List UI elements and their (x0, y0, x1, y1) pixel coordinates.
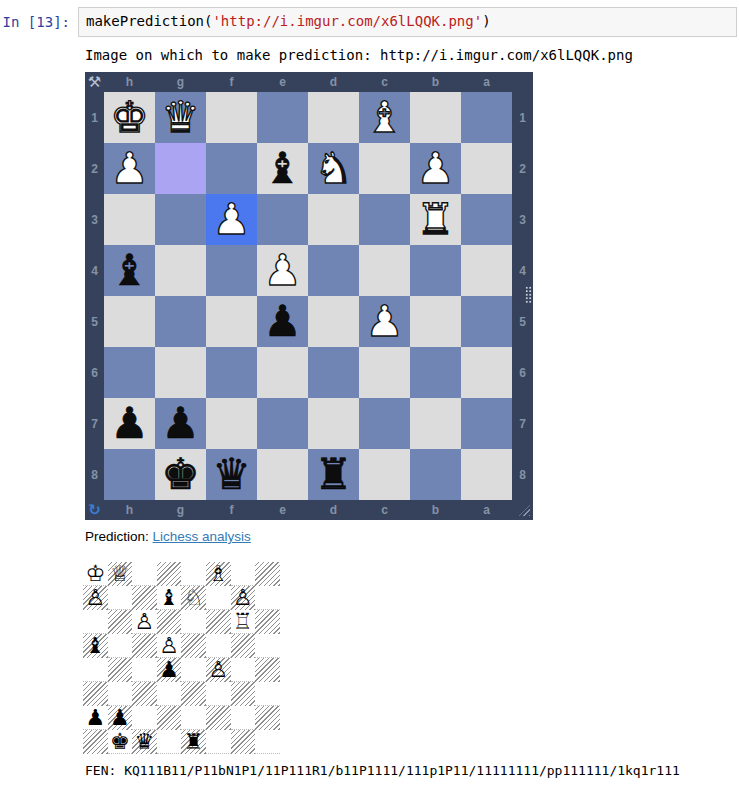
piece-white-queen[interactable]: ♛ (161, 92, 200, 143)
square-g4[interactable] (155, 245, 206, 296)
file-label-bottom-f: f (206, 500, 257, 520)
square-c6[interactable] (359, 347, 410, 398)
piece-black-king[interactable]: ♚ (161, 449, 200, 500)
diagram-piece-black-queen: ♛ (135, 730, 155, 754)
diagram-square-d1 (181, 562, 206, 586)
file-label-bottom-c: c (359, 500, 410, 520)
diagram-piece-black-king: ♚ (110, 730, 130, 754)
diagram-square-d4 (181, 634, 206, 658)
diagram-square-a8 (255, 730, 280, 754)
file-label-top-h: h (104, 72, 155, 92)
diagram-square-b3: ♖ (231, 610, 256, 634)
square-g3[interactable] (155, 194, 206, 245)
diagram-square-a3 (255, 610, 280, 634)
diagram-square-c5: ♙ (206, 658, 231, 682)
file-label-bottom-g: g (155, 500, 206, 520)
rank-label-left-3: 3 (85, 194, 104, 245)
square-h2[interactable]: ♟ (104, 143, 155, 194)
diagram-piece-white-pawn: ♙ (208, 658, 228, 682)
square-b2[interactable]: ♟ (410, 143, 461, 194)
square-b8[interactable] (410, 449, 461, 500)
square-h5[interactable] (104, 296, 155, 347)
square-f4[interactable] (206, 245, 257, 296)
diagram-square-e7 (157, 706, 182, 730)
rank-label-left-4: 4 (85, 245, 104, 296)
diagram-square-a7 (255, 706, 280, 730)
square-a1[interactable] (461, 92, 512, 143)
diagram-piece-black-bishop: ♝ (159, 586, 179, 610)
diagram-piece-black-rook: ♜ (184, 730, 204, 754)
diagram-square-f1 (132, 562, 157, 586)
piece-white-rook[interactable]: ♜ (416, 194, 455, 245)
file-label-bottom-d: d (308, 500, 359, 520)
square-e6[interactable] (257, 347, 308, 398)
piece-white-king[interactable]: ♚ (110, 92, 149, 143)
diagram-square-f5 (132, 658, 157, 682)
square-h7[interactable]: ♟ (104, 398, 155, 449)
diagram-piece-white-pawn: ♙ (135, 610, 155, 634)
diagram-square-g6 (108, 682, 133, 706)
diagram-square-d3 (181, 610, 206, 634)
refresh-icon[interactable]: ↻ (88, 501, 101, 519)
file-label-top-c: c (359, 72, 410, 92)
rank-label-left-2: 2 (85, 143, 104, 194)
square-h3[interactable] (104, 194, 155, 245)
piece-black-bishop[interactable]: ♝ (263, 143, 302, 194)
input-prompt: In [13]: (0, 14, 70, 30)
square-d8[interactable]: ♜ (308, 449, 359, 500)
board-corner-bottom-left: ↻ (85, 500, 104, 520)
diagram-square-h8 (83, 730, 108, 754)
diagram-square-a6 (255, 682, 280, 706)
square-g6[interactable] (155, 347, 206, 398)
rank-label-left-8: 8 (85, 449, 104, 500)
diagram-square-b4 (231, 634, 256, 658)
diagram-square-h7: ♟ (83, 706, 108, 730)
drag-grip-icon[interactable] (525, 286, 532, 303)
diagram-piece-black-pawn: ♟ (85, 706, 105, 730)
diagram-square-c1: ♗ (206, 562, 231, 586)
diagram-square-e6 (157, 682, 182, 706)
prediction-label: Prediction: (85, 529, 153, 544)
file-label-top-b: b (410, 72, 461, 92)
square-d6[interactable] (308, 347, 359, 398)
square-f3[interactable]: ♟ (206, 194, 257, 245)
board-corner-top-right (512, 72, 533, 92)
square-b6[interactable] (410, 347, 461, 398)
diagram-square-c6 (206, 682, 231, 706)
rank-label-left-1: 1 (85, 92, 104, 143)
square-e4[interactable]: ♟ (257, 245, 308, 296)
square-g5[interactable] (155, 296, 206, 347)
diagram-square-b2: ♙ (231, 586, 256, 610)
diagram-square-f7 (132, 706, 157, 730)
square-c3[interactable] (359, 194, 410, 245)
piece-white-knight[interactable]: ♞ (314, 143, 353, 194)
diagram-piece-white-pawn: ♙ (85, 586, 105, 610)
square-c7[interactable] (359, 398, 410, 449)
diagram-square-b5 (231, 658, 256, 682)
file-label-top-e: e (257, 72, 308, 92)
square-h8[interactable] (104, 449, 155, 500)
diagram-square-f8: ♛ (132, 730, 157, 754)
diagram-square-c8 (206, 730, 231, 754)
file-label-bottom-e: e (257, 500, 308, 520)
diagram-square-g1: ♕ (108, 562, 133, 586)
diagram-square-d6 (181, 682, 206, 706)
square-a7[interactable] (461, 398, 512, 449)
file-label-bottom-h: h (104, 500, 155, 520)
diagram-square-d8: ♜ (181, 730, 206, 754)
square-f8[interactable]: ♛ (206, 449, 257, 500)
piece-white-pawn[interactable]: ♟ (263, 245, 302, 296)
rank-label-left-6: 6 (85, 347, 104, 398)
file-label-bottom-a: a (461, 500, 512, 520)
diagram-square-a4 (255, 634, 280, 658)
piece-black-pawn[interactable]: ♟ (161, 398, 200, 449)
diagram-square-d5 (181, 658, 206, 682)
diagram-piece-white-knight: ♘ (184, 586, 204, 610)
diagram-piece-white-pawn: ♙ (233, 586, 253, 610)
diagram-square-a5 (255, 658, 280, 682)
square-d5[interactable] (308, 296, 359, 347)
diagram-square-b6 (231, 682, 256, 706)
diagram-square-f4 (132, 634, 157, 658)
diagram-piece-black-pawn: ♟ (159, 658, 179, 682)
piece-white-pawn[interactable]: ♟ (110, 143, 149, 194)
square-d1[interactable] (308, 92, 359, 143)
piece-black-rook[interactable]: ♜ (314, 449, 353, 500)
diagram-square-h5 (83, 658, 108, 682)
square-e5[interactable]: ♟ (257, 296, 308, 347)
square-b1[interactable] (410, 92, 461, 143)
square-e7[interactable] (257, 398, 308, 449)
square-c5[interactable]: ♟ (359, 296, 410, 347)
diagram-square-h4: ♝ (83, 634, 108, 658)
diagram-square-h3 (83, 610, 108, 634)
file-label-top-d: d (308, 72, 359, 92)
file-label-top-a: a (461, 72, 512, 92)
square-a2[interactable] (461, 143, 512, 194)
rank-label-right-6: 6 (512, 347, 533, 398)
piece-white-pawn[interactable]: ♟ (365, 296, 404, 347)
diagram-square-e4: ♙ (157, 634, 182, 658)
square-b4[interactable] (410, 245, 461, 296)
square-d7[interactable] (308, 398, 359, 449)
rank-label-left-5: 5 (85, 296, 104, 347)
square-d2[interactable]: ♞ (308, 143, 359, 194)
rank-label-right-5: 5 (512, 296, 533, 347)
diagram-square-e3 (157, 610, 182, 634)
square-d3[interactable] (308, 194, 359, 245)
diagram-square-d7 (181, 706, 206, 730)
diagram-square-b8 (231, 730, 256, 754)
diagram-piece-white-bishop: ♗ (208, 562, 228, 586)
fen-line: FEN: KQ111B11/P11bN1P1/11P111R1/b11P1111… (85, 763, 680, 778)
square-g8[interactable]: ♚ (155, 449, 206, 500)
diagram-square-c3 (206, 610, 231, 634)
diagram-square-a2 (255, 586, 280, 610)
rank-label-right-2: 2 (512, 143, 533, 194)
diagram-square-h1: ♔ (83, 562, 108, 586)
tools-icon[interactable]: ⚒ (88, 73, 101, 91)
notebook-page: In [13]: makePrediction('http://i.imgur.… (0, 0, 739, 790)
square-d4[interactable] (308, 245, 359, 296)
file-label-top-g: g (155, 72, 206, 92)
diagram-piece-white-king: ♔ (85, 562, 105, 586)
fen-label: FEN: (85, 763, 124, 778)
square-h6[interactable] (104, 347, 155, 398)
square-a6[interactable] (461, 347, 512, 398)
square-f7[interactable] (206, 398, 257, 449)
rank-label-right-8: 8 (512, 449, 533, 500)
diagram-square-g2 (108, 586, 133, 610)
square-c4[interactable] (359, 245, 410, 296)
square-g2[interactable] (155, 143, 206, 194)
square-f2[interactable] (206, 143, 257, 194)
rank-label-right-7: 7 (512, 398, 533, 449)
square-a4[interactable] (461, 245, 512, 296)
diagram-square-b1 (231, 562, 256, 586)
square-b7[interactable] (410, 398, 461, 449)
square-a5[interactable] (461, 296, 512, 347)
square-c1[interactable]: ♝ (359, 92, 410, 143)
diagram-square-c4 (206, 634, 231, 658)
diagram-piece-white-pawn: ♙ (159, 634, 179, 658)
diagram-piece-white-rook: ♖ (233, 610, 253, 634)
square-f1[interactable] (206, 92, 257, 143)
square-e3[interactable] (257, 194, 308, 245)
piece-black-pawn[interactable]: ♟ (110, 398, 149, 449)
piece-white-pawn[interactable]: ♟ (416, 143, 455, 194)
diagram-square-g3 (108, 610, 133, 634)
fen-value: KQ111B11/P11bN1P1/11P111R1/b11P1111/111p… (124, 763, 680, 778)
rank-label-right-1: 1 (512, 92, 533, 143)
code-string-arg: 'http://i.imgur.com/x6lLQQK.png' (212, 13, 482, 29)
square-a8[interactable] (461, 449, 512, 500)
diagram-square-c7 (206, 706, 231, 730)
diagram-square-g8: ♚ (108, 730, 133, 754)
diagram-square-e8 (157, 730, 182, 754)
stdout-text: Image on which to make prediction: http:… (85, 47, 633, 63)
square-g7[interactable]: ♟ (155, 398, 206, 449)
square-g1[interactable]: ♛ (155, 92, 206, 143)
diagram-square-f6 (132, 682, 157, 706)
piece-black-queen[interactable]: ♛ (212, 449, 251, 500)
diagram-square-f3: ♙ (132, 610, 157, 634)
code-input-area[interactable]: makePrediction('http://i.imgur.com/x6lLQ… (78, 7, 737, 37)
square-e1[interactable] (257, 92, 308, 143)
square-f6[interactable] (206, 347, 257, 398)
square-c2[interactable] (359, 143, 410, 194)
piece-black-pawn[interactable]: ♟ (263, 296, 302, 347)
square-h1[interactable]: ♚ (104, 92, 155, 143)
board-corner-top-left: ⚒ (85, 72, 104, 92)
diagram-square-f2 (132, 586, 157, 610)
code-close-paren: ) (482, 13, 490, 29)
rank-label-right-3: 3 (512, 194, 533, 245)
square-a3[interactable] (461, 194, 512, 245)
diagram-square-e1 (157, 562, 182, 586)
piece-white-pawn[interactable]: ♟ (212, 194, 251, 245)
piece-black-bishop[interactable]: ♝ (110, 245, 149, 296)
square-h4[interactable]: ♝ (104, 245, 155, 296)
square-b3[interactable]: ♜ (410, 194, 461, 245)
diagram-square-e2: ♝ (157, 586, 182, 610)
chess-board-editor: ⚒↻hhggffeeddccbbaa1122334455667788♚♛♝♟♝♞… (85, 72, 533, 520)
diagram-square-g7: ♟ (108, 706, 133, 730)
diagram-square-e5: ♟ (157, 658, 182, 682)
square-e8[interactable] (257, 449, 308, 500)
square-c8[interactable] (359, 449, 410, 500)
diagram-square-g5 (108, 658, 133, 682)
square-e2[interactable]: ♝ (257, 143, 308, 194)
file-label-bottom-b: b (410, 500, 461, 520)
diagram-square-d2: ♘ (181, 586, 206, 610)
diagram-square-h6 (83, 682, 108, 706)
square-f5[interactable] (206, 296, 257, 347)
diagram-piece-black-pawn: ♟ (110, 706, 130, 730)
diagram-square-g4 (108, 634, 133, 658)
diagram-square-c2 (206, 586, 231, 610)
diagram-square-a1 (255, 562, 280, 586)
code-function: makePrediction( (86, 13, 212, 29)
diagram-piece-white-queen: ♕ (110, 562, 130, 586)
diagram-square-b7 (231, 706, 256, 730)
square-b5[interactable] (410, 296, 461, 347)
lichess-analysis-link[interactable]: Lichess analysis (153, 529, 251, 544)
piece-white-bishop[interactable]: ♝ (365, 92, 404, 143)
rank-label-left-7: 7 (85, 398, 104, 449)
prediction-line: Prediction: Lichess analysis (85, 529, 251, 544)
diagram-piece-black-bishop: ♝ (85, 634, 105, 658)
prediction-board-diagram: ♔♕♗♙♝♘♙♙♖♝♙♟♙♟♟♚♛♜ (83, 562, 280, 754)
diagram-square-h2: ♙ (83, 586, 108, 610)
file-label-top-f: f (206, 72, 257, 92)
